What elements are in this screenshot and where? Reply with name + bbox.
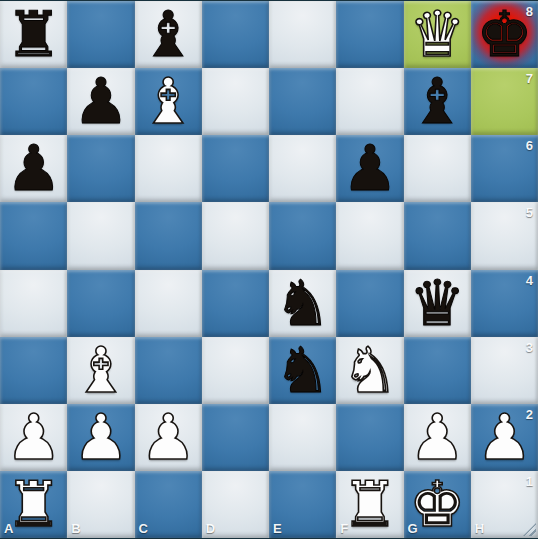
square-b1[interactable]: B	[67, 471, 134, 538]
file-label-h: H	[475, 521, 484, 536]
piece-white-queen[interactable]: ♛	[409, 3, 465, 66]
square-g4[interactable]: ♛	[404, 270, 471, 337]
square-e1[interactable]: E	[269, 471, 336, 538]
square-c5[interactable]	[135, 202, 202, 269]
square-b7[interactable]: ♟	[67, 68, 134, 135]
square-a7[interactable]	[0, 68, 67, 135]
square-d3[interactable]	[202, 337, 269, 404]
square-e8[interactable]	[269, 1, 336, 68]
rank-label-8: 8	[526, 4, 533, 19]
square-f2[interactable]	[336, 404, 403, 471]
square-g5[interactable]	[404, 202, 471, 269]
chess-app: { "game": "chess", "position": "r1b3Qk/1…	[0, 0, 538, 539]
square-e5[interactable]	[269, 202, 336, 269]
square-c3[interactable]	[135, 337, 202, 404]
square-g8[interactable]: ♛	[404, 1, 471, 68]
square-d6[interactable]	[202, 135, 269, 202]
rank-label-7: 7	[526, 71, 533, 86]
square-e7[interactable]	[269, 68, 336, 135]
square-f4[interactable]	[336, 270, 403, 337]
square-e3[interactable]: ♞	[269, 337, 336, 404]
square-h6[interactable]: 6	[471, 135, 538, 202]
square-c8[interactable]: ♝	[135, 1, 202, 68]
piece-black-king[interactable]: ♚	[476, 3, 532, 66]
square-d1[interactable]: D	[202, 471, 269, 538]
piece-black-pawn[interactable]: ♟	[5, 137, 61, 200]
square-a6[interactable]: ♟	[0, 135, 67, 202]
piece-black-pawn[interactable]: ♟	[73, 70, 129, 133]
piece-white-pawn[interactable]: ♟	[73, 406, 129, 469]
square-a3[interactable]	[0, 337, 67, 404]
square-a8[interactable]: ♜	[0, 1, 67, 68]
piece-black-bishop[interactable]: ♝	[409, 70, 465, 133]
rank-label-1: 1	[526, 474, 533, 489]
square-b8[interactable]	[67, 1, 134, 68]
square-d8[interactable]	[202, 1, 269, 68]
rank-label-3: 3	[526, 340, 533, 355]
square-h4[interactable]: 4	[471, 270, 538, 337]
piece-white-knight[interactable]: ♞	[342, 339, 398, 402]
square-h3[interactable]: 3	[471, 337, 538, 404]
file-label-a: A	[4, 521, 13, 536]
square-b4[interactable]	[67, 270, 134, 337]
square-f1[interactable]: ♜F	[336, 471, 403, 538]
rank-label-6: 6	[526, 138, 533, 153]
piece-white-pawn[interactable]: ♟	[409, 406, 465, 469]
square-c6[interactable]	[135, 135, 202, 202]
square-e2[interactable]	[269, 404, 336, 471]
square-b2[interactable]: ♟	[67, 404, 134, 471]
file-label-b: B	[71, 521, 80, 536]
square-g7[interactable]: ♝	[404, 68, 471, 135]
piece-black-pawn[interactable]: ♟	[342, 137, 398, 200]
square-h5[interactable]: 5	[471, 202, 538, 269]
square-f5[interactable]	[336, 202, 403, 269]
piece-black-rook[interactable]: ♜	[5, 3, 61, 66]
square-f7[interactable]	[336, 68, 403, 135]
piece-black-bishop[interactable]: ♝	[140, 3, 196, 66]
rank-label-4: 4	[526, 273, 533, 288]
file-label-g: G	[408, 521, 418, 536]
square-c4[interactable]	[135, 270, 202, 337]
piece-white-pawn[interactable]: ♟	[5, 406, 61, 469]
square-d5[interactable]	[202, 202, 269, 269]
square-d2[interactable]	[202, 404, 269, 471]
piece-white-rook[interactable]: ♜	[342, 473, 398, 536]
square-h2[interactable]: ♟2	[471, 404, 538, 471]
square-h7[interactable]: 7	[471, 68, 538, 135]
piece-black-knight[interactable]: ♞	[274, 272, 330, 335]
piece-black-knight[interactable]: ♞	[274, 339, 330, 402]
square-e6[interactable]	[269, 135, 336, 202]
square-a4[interactable]	[0, 270, 67, 337]
square-g3[interactable]	[404, 337, 471, 404]
piece-white-pawn[interactable]: ♟	[476, 406, 532, 469]
square-b3[interactable]: ♝	[67, 337, 134, 404]
square-d4[interactable]	[202, 270, 269, 337]
chess-board: ♜♝♛♚8♟♝♝7♟♟65♞♛4♝♞♞3♟♟♟♟♟2♜ABCDE♜F♚GH1	[0, 1, 538, 538]
square-f8[interactable]	[336, 1, 403, 68]
square-h1[interactable]: H1	[471, 471, 538, 538]
square-b5[interactable]	[67, 202, 134, 269]
file-label-d: D	[206, 521, 215, 536]
square-c7[interactable]: ♝	[135, 68, 202, 135]
file-label-f: F	[340, 521, 348, 536]
square-c2[interactable]: ♟	[135, 404, 202, 471]
rank-label-5: 5	[526, 205, 533, 220]
piece-white-rook[interactable]: ♜	[5, 473, 61, 536]
square-a2[interactable]: ♟	[0, 404, 67, 471]
square-d7[interactable]	[202, 68, 269, 135]
square-g2[interactable]: ♟	[404, 404, 471, 471]
file-label-e: E	[273, 521, 282, 536]
square-h8[interactable]: ♚8	[471, 1, 538, 68]
square-c1[interactable]: C	[135, 471, 202, 538]
square-a5[interactable]	[0, 202, 67, 269]
square-g1[interactable]: ♚G	[404, 471, 471, 538]
square-f6[interactable]: ♟	[336, 135, 403, 202]
file-label-c: C	[139, 521, 148, 536]
square-a1[interactable]: ♜A	[0, 471, 67, 538]
piece-white-pawn[interactable]: ♟	[140, 406, 196, 469]
square-e4[interactable]: ♞	[269, 270, 336, 337]
piece-black-queen[interactable]: ♛	[409, 272, 465, 335]
rank-label-2: 2	[526, 407, 533, 422]
square-b6[interactable]	[67, 135, 134, 202]
piece-white-bishop[interactable]: ♝	[140, 70, 196, 133]
square-f3[interactable]: ♞	[336, 337, 403, 404]
piece-white-bishop[interactable]: ♝	[73, 339, 129, 402]
square-g6[interactable]	[404, 135, 471, 202]
